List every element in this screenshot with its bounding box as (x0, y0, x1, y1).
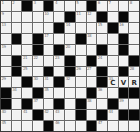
grid-cell[interactable]: 46 (54, 121, 64, 131)
grid-cell[interactable]: 32 (65, 77, 75, 87)
grid-cell[interactable] (129, 99, 139, 109)
grid-cell[interactable]: 33C (108, 77, 118, 87)
grid-cell[interactable]: 42 (44, 110, 54, 120)
grid-cell[interactable] (108, 67, 118, 77)
grid-cell[interactable]: 21 (22, 56, 32, 66)
black-cell (87, 56, 97, 66)
grid-cell[interactable]: 5 (76, 1, 86, 11)
grid-cell[interactable] (119, 56, 129, 66)
grid-cell[interactable] (97, 99, 107, 109)
black-cell (119, 88, 129, 98)
grid-cell[interactable] (22, 88, 32, 98)
grid-cell[interactable]: 36 (97, 88, 107, 98)
clue-number: 12 (87, 12, 91, 16)
black-cell (87, 1, 97, 11)
clue-number: 43 (55, 110, 59, 114)
grid-cell[interactable] (12, 45, 22, 55)
clue-number: 46 (55, 121, 59, 125)
grid-cell[interactable]: 40 (1, 110, 11, 120)
black-cell (97, 45, 107, 55)
clue-number: 10 (44, 12, 48, 16)
grid-cell[interactable] (54, 12, 64, 22)
grid-cell[interactable]: 17 (44, 34, 54, 44)
grid-cell[interactable]: 27 (87, 67, 97, 77)
grid-cell[interactable]: 41 (22, 110, 32, 120)
black-cell (12, 34, 22, 44)
black-cell (54, 99, 64, 109)
grid-cell[interactable] (33, 121, 43, 131)
clue-number: 26 (76, 67, 80, 71)
black-cell (33, 34, 43, 44)
grid-cell[interactable] (65, 1, 75, 11)
black-cell (97, 77, 107, 87)
grid-cell[interactable]: V (119, 77, 129, 87)
clue-number: 28 (130, 67, 134, 71)
grid-cell[interactable] (12, 77, 22, 87)
grid-cell[interactable]: 12 (87, 12, 97, 22)
clue-number: 1 (2, 1, 4, 5)
black-cell (119, 67, 129, 77)
grid-cell[interactable] (76, 56, 86, 66)
black-cell (1, 88, 11, 98)
grid-cell[interactable]: 20 (65, 45, 75, 55)
crossword-screenshot: 1234567891011121314151617181920212223242… (0, 0, 140, 132)
clue-number: 29 (2, 77, 6, 81)
clue-number: 30 (34, 77, 38, 81)
grid-cell[interactable]: 6 (97, 1, 107, 11)
grid-cell[interactable] (44, 23, 54, 33)
clue-number: 32 (66, 77, 70, 81)
grid-cell[interactable] (12, 99, 22, 109)
clue-number: 7 (108, 1, 110, 5)
clue-number: 4 (55, 1, 57, 5)
black-cell (97, 110, 107, 120)
black-cell (33, 45, 43, 55)
grid-cell[interactable]: 2 (12, 1, 22, 11)
clue-number: 2 (12, 1, 14, 5)
grid-cell[interactable] (22, 45, 32, 55)
clue-number: 6 (98, 1, 100, 5)
grid-cell[interactable] (54, 67, 64, 77)
grid-cell[interactable]: 13 (1, 23, 11, 33)
grid-cell[interactable]: 44 (108, 110, 118, 120)
clue-number: 18 (87, 34, 91, 38)
grid-cell[interactable] (65, 121, 75, 131)
grid-cell[interactable] (65, 99, 75, 109)
clue-number: 14 (66, 23, 70, 27)
grid-cell[interactable]: 10 (44, 12, 54, 22)
grid-cell[interactable] (1, 34, 11, 44)
grid-cell[interactable] (54, 88, 64, 98)
grid-cell[interactable]: 19 (1, 45, 11, 55)
clue-number: 8 (130, 1, 132, 5)
clue-number: 25 (23, 67, 27, 71)
black-cell (22, 1, 32, 11)
clue-number: 11 (76, 12, 80, 16)
grid-cell[interactable]: 37 (33, 99, 43, 109)
crossword-grid: 1234567891011121314151617181920212223242… (0, 0, 140, 132)
grid-cell[interactable] (65, 88, 75, 98)
entered-letter: R (129, 79, 139, 87)
black-cell (119, 12, 129, 22)
grid-cell[interactable]: 22 (33, 56, 43, 66)
black-cell (44, 121, 54, 131)
grid-cell[interactable]: 11 (76, 12, 86, 22)
black-cell (65, 56, 75, 66)
grid-cell[interactable] (129, 34, 139, 44)
grid-cell[interactable] (119, 1, 129, 11)
clue-number: 36 (98, 88, 102, 92)
black-cell (54, 23, 64, 33)
clue-number: 15 (98, 23, 102, 27)
clue-number: 37 (34, 99, 38, 103)
black-cell (119, 34, 129, 44)
grid-cell[interactable] (65, 34, 75, 44)
black-cell (129, 88, 139, 98)
grid-cell[interactable] (76, 77, 86, 87)
grid-cell[interactable] (33, 67, 43, 77)
black-cell (22, 77, 32, 87)
grid-cell[interactable] (54, 34, 64, 44)
black-cell (119, 110, 129, 120)
clue-number: 42 (44, 110, 48, 114)
grid-cell[interactable] (1, 67, 11, 77)
black-cell (108, 99, 118, 109)
grid-cell[interactable] (119, 121, 129, 131)
black-cell (129, 56, 139, 66)
grid-cell[interactable] (76, 23, 86, 33)
grid-cell[interactable]: 43 (54, 110, 64, 120)
grid-cell[interactable]: 29 (1, 77, 11, 87)
black-cell (33, 110, 43, 120)
grid-cell[interactable] (44, 99, 54, 109)
grid-cell[interactable] (87, 110, 97, 120)
grid-cell[interactable]: 9 (1, 12, 11, 22)
grid-cell[interactable] (12, 23, 22, 33)
black-cell (129, 110, 139, 120)
grid-cell[interactable]: 14 (65, 23, 75, 33)
black-cell (87, 121, 97, 131)
clue-number: 33 (108, 77, 112, 81)
grid-cell[interactable] (33, 12, 43, 22)
black-cell (22, 99, 32, 109)
clue-number: 13 (2, 23, 6, 27)
clue-number: 22 (34, 56, 38, 60)
entered-letter: V (119, 79, 129, 87)
grid-cell[interactable]: 38 (87, 99, 97, 109)
grid-cell[interactable]: 15 (97, 23, 107, 33)
black-cell (76, 110, 86, 120)
clue-number: 23 (55, 56, 59, 60)
black-cell (65, 12, 75, 22)
grid-cell[interactable] (97, 34, 107, 44)
black-cell (87, 88, 97, 98)
black-cell (12, 56, 22, 66)
black-cell (44, 1, 54, 11)
grid-cell[interactable]: 35 (44, 88, 54, 98)
clue-number: 3 (34, 1, 36, 5)
clue-number: 41 (23, 110, 27, 114)
clue-number: 19 (2, 45, 6, 49)
grid-cell[interactable] (12, 12, 22, 22)
black-cell (1, 99, 11, 109)
clue-number: 44 (108, 110, 112, 114)
clue-number: 31 (44, 77, 48, 81)
grid-cell[interactable]: 1 (1, 1, 11, 11)
grid-cell[interactable] (76, 88, 86, 98)
grid-cell[interactable]: 3 (33, 1, 43, 11)
grid-cell[interactable]: 34 (12, 88, 22, 98)
grid-cell[interactable] (44, 45, 54, 55)
grid-cell[interactable] (87, 23, 97, 33)
grid-cell[interactable] (12, 110, 22, 120)
grid-cell[interactable] (87, 45, 97, 55)
black-cell (54, 45, 64, 55)
grid-cell[interactable] (108, 121, 118, 131)
grid-cell[interactable] (108, 56, 118, 66)
clue-number: 9 (2, 12, 4, 16)
grid-cell[interactable] (12, 121, 22, 131)
grid-cell[interactable] (108, 45, 118, 55)
grid-cell[interactable]: 25 (22, 67, 32, 77)
clue-number: 39 (119, 99, 123, 103)
grid-cell[interactable]: 7 (108, 1, 118, 11)
clue-number: 35 (44, 88, 48, 92)
grid-cell[interactable]: 18 (87, 34, 97, 44)
black-cell (97, 67, 107, 77)
clue-number: 38 (87, 99, 91, 103)
black-cell (65, 67, 75, 77)
clue-number: 17 (44, 34, 48, 38)
clue-number: 16 (119, 23, 123, 27)
grid-cell[interactable]: 45 (1, 121, 11, 131)
grid-cell[interactable] (129, 45, 139, 55)
black-cell (44, 67, 54, 77)
clue-number: 5 (76, 1, 78, 5)
grid-cell[interactable] (87, 77, 97, 87)
black-cell (76, 99, 86, 109)
clue-number: 47 (98, 121, 102, 125)
clue-number: 21 (23, 56, 27, 60)
clue-number: 27 (87, 67, 91, 71)
grid-cell[interactable] (1, 56, 11, 66)
grid-cell[interactable]: 31 (44, 77, 54, 87)
black-cell (119, 45, 129, 55)
clue-number: 20 (66, 45, 70, 49)
grid-cell[interactable]: 47 (97, 121, 107, 131)
grid-cell[interactable] (22, 12, 32, 22)
black-cell (12, 67, 22, 77)
grid-cell[interactable] (76, 45, 86, 55)
black-cell (33, 88, 43, 98)
grid-cell[interactable] (76, 121, 86, 131)
grid-cell[interactable]: 26 (76, 67, 86, 77)
grid-cell[interactable]: 28 (129, 67, 139, 77)
grid-cell[interactable]: 30 (33, 77, 43, 87)
grid-cell[interactable] (108, 88, 118, 98)
grid-cell[interactable] (22, 23, 32, 33)
black-cell (54, 77, 64, 87)
grid-cell[interactable] (22, 121, 32, 131)
grid-cell[interactable]: 4 (54, 1, 64, 11)
grid-cell[interactable] (129, 12, 139, 22)
clue-number: 40 (2, 110, 6, 114)
grid-cell[interactable] (22, 34, 32, 44)
grid-cell[interactable]: 24 (97, 56, 107, 66)
black-cell (108, 23, 118, 33)
grid-cell[interactable]: 39 (119, 99, 129, 109)
clue-number: 24 (98, 56, 102, 60)
grid-cell[interactable] (108, 34, 118, 44)
grid-cell[interactable] (129, 23, 139, 33)
clue-number: 34 (12, 88, 16, 92)
grid-cell[interactable]: R (129, 77, 139, 87)
grid-cell[interactable] (44, 56, 54, 66)
grid-cell[interactable]: 8 (129, 1, 139, 11)
grid-cell[interactable] (129, 121, 139, 131)
grid-cell[interactable] (33, 23, 43, 33)
clue-number: 45 (2, 121, 6, 125)
grid-cell[interactable]: 23 (54, 56, 64, 66)
entered-letter: C (108, 79, 118, 87)
black-cell (76, 34, 86, 44)
grid-cell[interactable]: 16 (119, 23, 129, 33)
grid-cell[interactable] (108, 12, 118, 22)
black-cell (97, 12, 107, 22)
grid-cell[interactable] (65, 110, 75, 120)
